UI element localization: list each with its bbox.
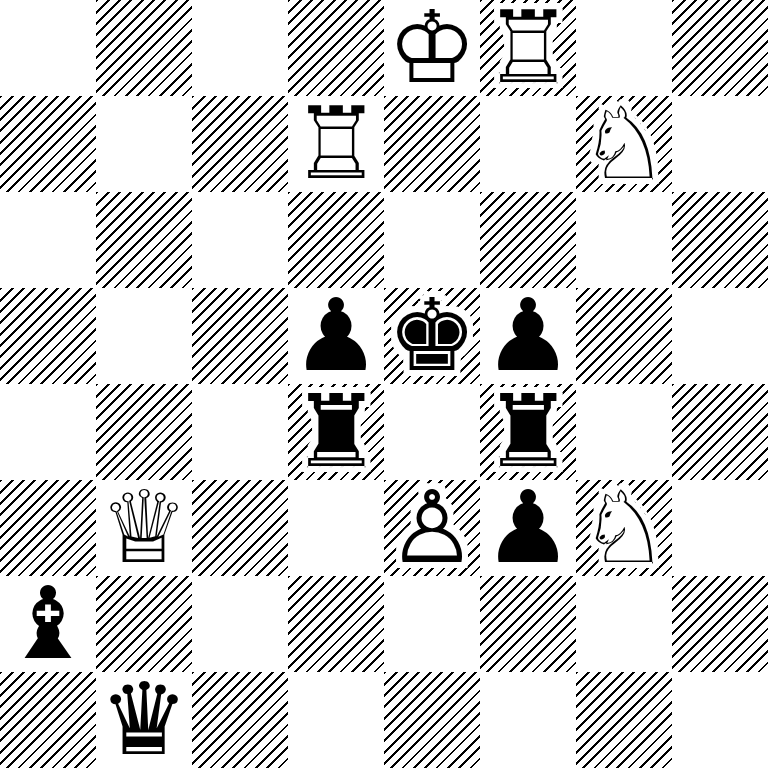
square-f5[interactable]: ♟♟ [480, 288, 576, 384]
piece-white-rook[interactable]: ♖ [480, 0, 576, 96]
square-b8[interactable] [96, 0, 192, 96]
square-d8[interactable] [288, 0, 384, 96]
square-e4[interactable] [384, 384, 480, 480]
square-a8[interactable] [0, 0, 96, 96]
square-b4[interactable] [96, 384, 192, 480]
square-e2[interactable] [384, 576, 480, 672]
square-d1[interactable] [288, 672, 384, 768]
square-e5[interactable]: ♚♚ [384, 288, 480, 384]
square-f4[interactable]: ♜♜ [480, 384, 576, 480]
square-d3[interactable] [288, 480, 384, 576]
square-g3[interactable]: ♞♘ [576, 480, 672, 576]
square-f7[interactable] [480, 96, 576, 192]
piece-white-king[interactable]: ♔ [384, 0, 480, 96]
square-d5[interactable]: ♟♟ [288, 288, 384, 384]
square-a2[interactable]: ♝♝ [0, 576, 96, 672]
square-b3[interactable]: ♛♕ [96, 480, 192, 576]
square-g1[interactable] [576, 672, 672, 768]
square-a6[interactable] [0, 192, 96, 288]
square-g4[interactable] [576, 384, 672, 480]
square-h2[interactable] [672, 576, 768, 672]
square-f3[interactable]: ♟♟ [480, 480, 576, 576]
square-f6[interactable] [480, 192, 576, 288]
square-c2[interactable] [192, 576, 288, 672]
square-g2[interactable] [576, 576, 672, 672]
square-d2[interactable] [288, 576, 384, 672]
square-h6[interactable] [672, 192, 768, 288]
square-a4[interactable] [0, 384, 96, 480]
square-h5[interactable] [672, 288, 768, 384]
square-f2[interactable] [480, 576, 576, 672]
square-c4[interactable] [192, 384, 288, 480]
square-h7[interactable] [672, 96, 768, 192]
square-h4[interactable] [672, 384, 768, 480]
square-d6[interactable] [288, 192, 384, 288]
square-d7[interactable]: ♜♖ [288, 96, 384, 192]
square-e7[interactable] [384, 96, 480, 192]
square-b6[interactable] [96, 192, 192, 288]
piece-black-pawn[interactable]: ♟ [288, 288, 384, 384]
piece-black-rook[interactable]: ♜ [480, 384, 576, 480]
square-c5[interactable] [192, 288, 288, 384]
square-g7[interactable]: ♞♘ [576, 96, 672, 192]
square-e6[interactable] [384, 192, 480, 288]
square-a1[interactable] [0, 672, 96, 768]
square-a3[interactable] [0, 480, 96, 576]
square-f1[interactable] [480, 672, 576, 768]
square-c6[interactable] [192, 192, 288, 288]
square-g6[interactable] [576, 192, 672, 288]
square-h8[interactable] [672, 0, 768, 96]
square-a7[interactable] [0, 96, 96, 192]
piece-white-rook[interactable]: ♖ [288, 96, 384, 192]
piece-white-queen[interactable]: ♕ [96, 480, 192, 576]
piece-white-knight[interactable]: ♘ [576, 480, 672, 576]
square-g8[interactable] [576, 0, 672, 96]
piece-black-pawn[interactable]: ♟ [480, 480, 576, 576]
square-c8[interactable] [192, 0, 288, 96]
chess-board: ♚♔♜♖♜♖♞♘♟♟♚♚♟♟♜♜♜♜♛♕♟♙♟♟♞♘♝♝♛♛ [0, 0, 768, 768]
square-h1[interactable] [672, 672, 768, 768]
square-b5[interactable] [96, 288, 192, 384]
piece-black-pawn[interactable]: ♟ [480, 288, 576, 384]
square-e8[interactable]: ♚♔ [384, 0, 480, 96]
square-c3[interactable] [192, 480, 288, 576]
square-g5[interactable] [576, 288, 672, 384]
square-b7[interactable] [96, 96, 192, 192]
square-b1[interactable]: ♛♛ [96, 672, 192, 768]
square-h3[interactable] [672, 480, 768, 576]
piece-black-bishop[interactable]: ♝ [0, 576, 96, 672]
square-c7[interactable] [192, 96, 288, 192]
piece-black-rook[interactable]: ♜ [288, 384, 384, 480]
square-d4[interactable]: ♜♜ [288, 384, 384, 480]
square-e3[interactable]: ♟♙ [384, 480, 480, 576]
piece-black-king[interactable]: ♚ [384, 288, 480, 384]
square-b2[interactable] [96, 576, 192, 672]
piece-white-knight[interactable]: ♘ [576, 96, 672, 192]
piece-white-pawn[interactable]: ♙ [384, 480, 480, 576]
square-e1[interactable] [384, 672, 480, 768]
square-c1[interactable] [192, 672, 288, 768]
square-a5[interactable] [0, 288, 96, 384]
square-f8[interactable]: ♜♖ [480, 0, 576, 96]
piece-black-queen[interactable]: ♛ [96, 672, 192, 768]
